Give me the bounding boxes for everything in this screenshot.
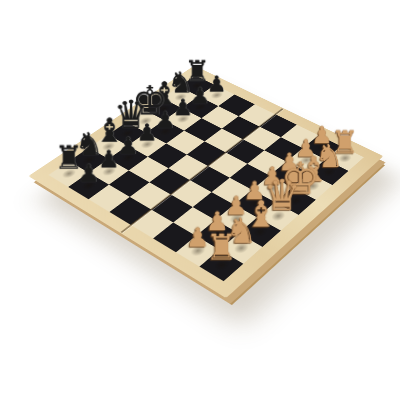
piece-white-rook-a1[interactable]: ♜ xyxy=(199,250,243,282)
piece-black-pawn-a7[interactable]: ♟ xyxy=(68,173,109,200)
white-rook-icon: ♜ xyxy=(206,229,237,265)
board-scene: ♜♞♝♛♚♝♞♜♟♟♟♟♟♟♟♟♟♟♟♟♟♟♟♟♜♞♝♛♚♝♞♜ xyxy=(82,40,334,292)
black-pawn-icon: ♟ xyxy=(74,161,103,186)
chess-board: ♜♞♝♛♚♝♞♜♟♟♟♟♟♟♟♟♟♟♟♟♟♟♟♟♜♞♝♛♚♝♞♜ xyxy=(28,66,383,299)
photo-background: ♜♞♝♛♚♝♞♜♟♟♟♟♟♟♟♟♟♟♟♟♟♟♟♟♜♞♝♛♚♝♞♜ xyxy=(0,0,400,400)
